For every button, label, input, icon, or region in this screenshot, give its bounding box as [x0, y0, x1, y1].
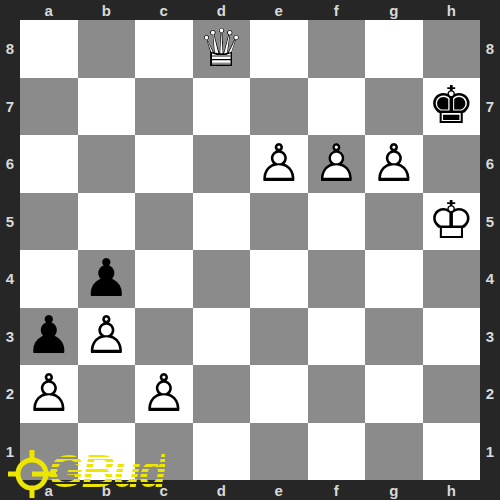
square-c2[interactable]: ♟♙ [135, 365, 193, 423]
square-g5[interactable] [365, 193, 423, 251]
file-label-bottom-d: d [193, 480, 251, 500]
square-e4[interactable] [250, 250, 308, 308]
rank-label-left-7: 7 [0, 78, 20, 136]
file-label-bottom-e: e [250, 480, 308, 500]
piece-black-pawn[interactable]: ♟ [20, 308, 77, 365]
square-e1[interactable] [250, 423, 308, 481]
piece-white-pawn[interactable]: ♟♙ [308, 135, 365, 192]
square-a8[interactable] [20, 20, 78, 78]
square-h4[interactable] [423, 250, 481, 308]
chess-board[interactable]: ♛♕♚♟♙♟♙♟♙♚♔♟♟♟♙♟♙♟♙ [20, 20, 480, 480]
rank-label-right-8: 8 [480, 20, 500, 78]
rank-label-right-4: 4 [480, 250, 500, 308]
square-f7[interactable] [308, 78, 366, 136]
square-c7[interactable] [135, 78, 193, 136]
file-label-top-a: a [20, 0, 78, 20]
square-e6[interactable]: ♟♙ [250, 135, 308, 193]
square-b6[interactable] [78, 135, 136, 193]
square-a7[interactable] [20, 78, 78, 136]
square-d5[interactable] [193, 193, 251, 251]
square-f1[interactable] [308, 423, 366, 481]
square-d6[interactable] [193, 135, 251, 193]
square-c1[interactable] [135, 423, 193, 481]
square-d1[interactable] [193, 423, 251, 481]
square-h3[interactable] [423, 308, 481, 366]
square-c8[interactable] [135, 20, 193, 78]
chessboard-app: abcdefgh 87654321 ♛♕♚♟♙♟♙♟♙♚♔♟♟♟♙♟♙♟♙ 87… [0, 0, 500, 500]
piece-white-pawn[interactable]: ♟♙ [78, 308, 135, 365]
square-a3[interactable]: ♟ [20, 308, 78, 366]
square-a4[interactable] [20, 250, 78, 308]
rank-label-right-1: 1 [480, 423, 500, 481]
square-c6[interactable] [135, 135, 193, 193]
square-b4[interactable]: ♟ [78, 250, 136, 308]
square-g3[interactable] [365, 308, 423, 366]
square-e2[interactable] [250, 365, 308, 423]
square-b5[interactable] [78, 193, 136, 251]
square-a6[interactable] [20, 135, 78, 193]
piece-black-king[interactable]: ♚ [423, 78, 480, 135]
file-label-bottom-c: c [135, 480, 193, 500]
square-h1[interactable] [423, 423, 481, 481]
square-d4[interactable] [193, 250, 251, 308]
square-h7[interactable]: ♚ [423, 78, 481, 136]
file-label-bottom-a: a [20, 480, 78, 500]
square-f3[interactable] [308, 308, 366, 366]
square-b2[interactable] [78, 365, 136, 423]
square-f5[interactable] [308, 193, 366, 251]
square-d3[interactable] [193, 308, 251, 366]
file-label-top-g: g [365, 0, 423, 20]
square-d2[interactable] [193, 365, 251, 423]
piece-white-pawn[interactable]: ♟♙ [20, 365, 77, 422]
file-label-top-h: h [423, 0, 481, 20]
square-b1[interactable] [78, 423, 136, 481]
rank-label-right-2: 2 [480, 365, 500, 423]
rank-label-left-4: 4 [0, 250, 20, 308]
rank-label-left-5: 5 [0, 193, 20, 251]
file-label-bottom-h: h [423, 480, 481, 500]
square-f2[interactable] [308, 365, 366, 423]
square-h8[interactable] [423, 20, 481, 78]
square-d7[interactable] [193, 78, 251, 136]
piece-black-pawn[interactable]: ♟ [78, 250, 135, 307]
square-a2[interactable]: ♟♙ [20, 365, 78, 423]
rank-labels-left: 87654321 [0, 20, 20, 480]
rank-label-right-7: 7 [480, 78, 500, 136]
square-h6[interactable] [423, 135, 481, 193]
square-c5[interactable] [135, 193, 193, 251]
square-c4[interactable] [135, 250, 193, 308]
square-a5[interactable] [20, 193, 78, 251]
square-g1[interactable] [365, 423, 423, 481]
file-label-top-f: f [308, 0, 366, 20]
rank-label-left-3: 3 [0, 308, 20, 366]
square-g6[interactable]: ♟♙ [365, 135, 423, 193]
square-h2[interactable] [423, 365, 481, 423]
piece-white-pawn[interactable]: ♟♙ [250, 135, 307, 192]
square-b8[interactable] [78, 20, 136, 78]
square-f8[interactable] [308, 20, 366, 78]
file-label-top-b: b [78, 0, 136, 20]
piece-white-pawn[interactable]: ♟♙ [365, 135, 422, 192]
square-g8[interactable] [365, 20, 423, 78]
square-g4[interactable] [365, 250, 423, 308]
piece-white-queen[interactable]: ♛♕ [193, 20, 250, 77]
rank-label-right-3: 3 [480, 308, 500, 366]
square-b3[interactable]: ♟♙ [78, 308, 136, 366]
file-labels-bottom: abcdefgh [20, 480, 480, 500]
file-labels-top: abcdefgh [20, 0, 480, 20]
square-e3[interactable] [250, 308, 308, 366]
rank-label-right-6: 6 [480, 135, 500, 193]
square-h5[interactable]: ♚♔ [423, 193, 481, 251]
file-label-bottom-b: b [78, 480, 136, 500]
square-g7[interactable] [365, 78, 423, 136]
file-label-bottom-g: g [365, 480, 423, 500]
rank-label-left-2: 2 [0, 365, 20, 423]
rank-label-right-5: 5 [480, 193, 500, 251]
square-e8[interactable] [250, 20, 308, 78]
piece-white-pawn[interactable]: ♟♙ [135, 365, 192, 422]
rank-labels-right: 87654321 [480, 20, 500, 480]
file-label-top-c: c [135, 0, 193, 20]
piece-white-king[interactable]: ♚♔ [423, 193, 480, 250]
square-e5[interactable] [250, 193, 308, 251]
square-d8[interactable]: ♛♕ [193, 20, 251, 78]
square-e7[interactable] [250, 78, 308, 136]
file-label-top-e: e [250, 0, 308, 20]
square-f4[interactable] [308, 250, 366, 308]
rank-label-left-6: 6 [0, 135, 20, 193]
rank-label-left-8: 8 [0, 20, 20, 78]
square-c3[interactable] [135, 308, 193, 366]
square-b7[interactable] [78, 78, 136, 136]
square-f6[interactable]: ♟♙ [308, 135, 366, 193]
square-a1[interactable] [20, 423, 78, 481]
rank-label-left-1: 1 [0, 423, 20, 481]
file-label-bottom-f: f [308, 480, 366, 500]
square-g2[interactable] [365, 365, 423, 423]
